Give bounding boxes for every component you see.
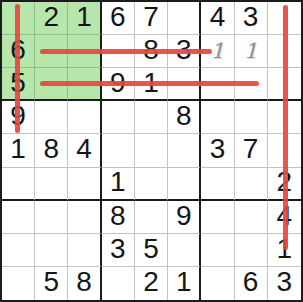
cell-r8c8[interactable] xyxy=(235,234,268,267)
cell-r6c4[interactable]: 1 xyxy=(102,168,135,201)
given-digit: 3 xyxy=(243,3,259,31)
given-digit: 1 xyxy=(110,168,126,196)
cell-r6c1[interactable] xyxy=(2,168,35,201)
cell-r5c4[interactable] xyxy=(102,134,135,167)
cell-r8c3[interactable] xyxy=(68,234,101,267)
cell-r6c2[interactable] xyxy=(35,168,68,201)
given-digit: 1 xyxy=(176,268,192,296)
cell-r1c3[interactable]: 1 xyxy=(68,2,101,35)
cell-r8c2[interactable] xyxy=(35,234,68,267)
cell-r1c2[interactable]: 2 xyxy=(35,2,68,35)
cell-r9c4[interactable] xyxy=(102,267,135,300)
cell-r7c5[interactable] xyxy=(135,201,168,234)
given-digit: 6 xyxy=(243,268,259,296)
cell-r1c6[interactable] xyxy=(168,2,201,35)
cell-r7c2[interactable] xyxy=(35,201,68,234)
cell-r9c8[interactable]: 6 xyxy=(235,267,268,300)
cell-r4c3[interactable] xyxy=(68,101,101,134)
cell-r8c5[interactable]: 5 xyxy=(135,234,168,267)
cell-r1c5[interactable]: 7 xyxy=(135,2,168,35)
cell-r4c8[interactable] xyxy=(235,101,268,134)
cell-r6c3[interactable] xyxy=(68,168,101,201)
cell-r7c8[interactable] xyxy=(235,201,268,234)
row-3-horizontal-line-annotation xyxy=(40,81,259,86)
cell-r9c6[interactable]: 1 xyxy=(168,267,201,300)
pencil-mark-digit: 1 xyxy=(244,41,257,62)
cell-r9c7[interactable] xyxy=(201,267,234,300)
given-digit: 7 xyxy=(243,135,259,163)
cell-r4c2[interactable] xyxy=(35,101,68,134)
given-digit: 7 xyxy=(143,3,159,31)
cell-r4c6[interactable]: 8 xyxy=(168,101,201,134)
given-digit: 3 xyxy=(277,268,293,296)
given-digit: 1 xyxy=(10,135,26,163)
cell-r5c8[interactable]: 7 xyxy=(235,134,268,167)
sudoku-board: 21674368311591981843712894351582163 xyxy=(0,0,303,302)
cell-r1c8[interactable]: 3 xyxy=(235,2,268,35)
given-digit: 6 xyxy=(110,3,126,31)
cell-r6c6[interactable] xyxy=(168,168,201,201)
column-1-vertical-line-annotation xyxy=(15,4,20,133)
cell-r7c1[interactable] xyxy=(2,201,35,234)
cell-r9c5[interactable]: 2 xyxy=(135,267,168,300)
given-digit: 4 xyxy=(76,135,92,163)
given-digit: 3 xyxy=(210,135,226,163)
pencil-mark-digit: 1 xyxy=(211,41,224,62)
cell-r9c9[interactable]: 3 xyxy=(268,267,301,300)
cell-r6c8[interactable] xyxy=(235,168,268,201)
given-digit: 2 xyxy=(44,3,60,31)
cell-r8c6[interactable] xyxy=(168,234,201,267)
cell-r4c5[interactable] xyxy=(135,101,168,134)
given-digit: 5 xyxy=(44,268,60,296)
cell-r8c4[interactable]: 3 xyxy=(102,234,135,267)
cell-r4c4[interactable] xyxy=(102,101,135,134)
given-digit: 5 xyxy=(143,235,159,263)
cell-r7c3[interactable] xyxy=(68,201,101,234)
given-digit: 8 xyxy=(110,202,126,230)
cell-r1c7[interactable]: 4 xyxy=(201,2,234,35)
given-digit: 1 xyxy=(76,3,92,31)
given-digit: 4 xyxy=(210,3,226,31)
cell-r9c1[interactable] xyxy=(2,267,35,300)
column-9-vertical-line-annotation xyxy=(283,5,288,250)
given-digit: 8 xyxy=(44,135,60,163)
given-digit: 2 xyxy=(143,268,159,296)
given-digit: 8 xyxy=(176,102,192,130)
cell-r8c7[interactable] xyxy=(201,234,234,267)
cell-r9c3[interactable]: 8 xyxy=(68,267,101,300)
cell-r6c7[interactable] xyxy=(201,168,234,201)
cell-r5c2[interactable]: 8 xyxy=(35,134,68,167)
cell-r5c5[interactable] xyxy=(135,134,168,167)
given-digit: 3 xyxy=(110,235,126,263)
cell-r2c8[interactable]: 1 xyxy=(235,35,268,68)
cell-r7c6[interactable]: 9 xyxy=(168,201,201,234)
cell-r9c2[interactable]: 5 xyxy=(35,267,68,300)
row-2-horizontal-line-annotation xyxy=(40,49,212,54)
cell-r8c1[interactable] xyxy=(2,234,35,267)
cell-r7c4[interactable]: 8 xyxy=(102,201,135,234)
cell-r1c4[interactable]: 6 xyxy=(102,2,135,35)
cell-r4c7[interactable] xyxy=(201,101,234,134)
cell-r7c7[interactable] xyxy=(201,201,234,234)
given-digit: 9 xyxy=(176,202,192,230)
cell-r6c5[interactable] xyxy=(135,168,168,201)
cell-r5c7[interactable]: 3 xyxy=(201,134,234,167)
cell-r5c3[interactable]: 4 xyxy=(68,134,101,167)
cell-r5c6[interactable] xyxy=(168,134,201,167)
given-digit: 8 xyxy=(76,268,92,296)
cell-r5c1[interactable]: 1 xyxy=(2,134,35,167)
